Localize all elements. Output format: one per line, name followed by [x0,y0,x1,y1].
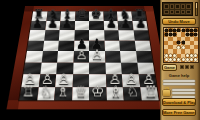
mini-piece-black-knight [169,29,172,32]
piece-white-queen[interactable]: ♕ [72,83,89,100]
mini-piece-white-pawn [177,46,180,49]
move-list-entry [186,10,191,15]
mini-piece-black-pawn [194,33,197,36]
square-b6[interactable] [44,30,60,40]
piece-white-bishop[interactable]: ♗ [54,83,71,100]
square-a1[interactable]: ♖ [19,87,38,100]
square-g1[interactable]: ♘ [123,87,141,100]
move-list-entry [186,4,191,9]
mini-piece-black-pawn [190,33,193,36]
undo-move-button[interactable]: Undo Move [162,18,196,25]
difficulty-box-1[interactable] [180,65,184,69]
move-list-panel [162,2,193,16]
mini-piece-black-pawn [165,33,168,36]
mini-piece-black-pawn [173,33,176,36]
mini-piece-black-pawn [169,33,172,36]
mini-piece-black-rook [194,29,197,32]
square-a7[interactable]: ♟ [30,21,46,31]
move-list-entry [181,10,186,15]
mini-piece-white-rook [194,58,197,61]
difficulty-box-2[interactable] [185,65,189,69]
square-d8[interactable]: ♛ [75,11,89,20]
mini-piece-white-rook [165,58,168,61]
mini-piece-white-pawn [169,54,172,57]
board-scene: ♜♞♝♛♚♝♞♜♟♟♟♟♟♟♟♟♙♙♙♙♙♙♙♙♖♘♗♕♔♗♘♖ [0,0,160,120]
mini-piece-white-knight [169,58,172,61]
locked-feature-row [162,87,196,98]
lock-icon [163,87,170,96]
square-c7[interactable]: ♟ [60,21,75,31]
square-f1[interactable]: ♗ [106,87,124,100]
mini-piece-black-knight [190,29,193,32]
move-list-entry [181,4,186,9]
mini-piece-white-pawn [182,46,185,49]
square-d1[interactable]: ♕ [72,87,89,100]
square-g7[interactable]: ♟ [118,21,133,31]
mini-piece-white-pawn [173,54,176,57]
piece-white-bishop[interactable]: ♗ [106,83,123,100]
square-f5[interactable] [104,40,120,51]
square-a6[interactable] [29,30,45,40]
piece-white-pawn[interactable]: ♙ [89,47,105,62]
square-h6[interactable] [133,30,149,40]
chess-board-frame: ♜♞♝♛♚♝♞♜♟♟♟♟♟♟♟♟♙♙♙♙♙♙♙♙♖♘♗♕♔♗♘♖ [6,6,171,110]
help-text-line [163,83,195,85]
square-h1[interactable]: ♖ [140,87,159,100]
piece-white-king[interactable]: ♔ [89,83,106,100]
square-g4[interactable] [120,51,137,62]
mini-piece-black-pawn [177,41,180,44]
square-b4[interactable] [41,51,58,62]
piece-black-king[interactable]: ♚ [89,7,103,21]
help-text-line [172,92,195,94]
mini-piece-white-pawn [186,54,189,57]
piece-white-rook[interactable]: ♖ [19,83,36,100]
square-d4[interactable]: ♙ [73,51,89,62]
square-c1[interactable]: ♗ [54,87,72,100]
square-e7[interactable] [89,21,104,31]
square-g6[interactable] [118,30,134,40]
piece-white-rook[interactable]: ♖ [141,83,158,100]
square-e1[interactable]: ♔ [89,87,106,100]
mini-piece-white-queen [177,58,180,61]
square-b1[interactable]: ♘ [37,87,55,100]
square-e8[interactable]: ♚ [89,11,103,20]
piece-white-knight[interactable]: ♘ [124,83,141,100]
square-c6[interactable] [59,30,74,40]
mini-piece-black-pawn [182,41,185,44]
mini-piece-white-knight [190,58,193,61]
mini-piece-white-bishop [186,58,189,61]
piece-black-pawn[interactable]: ♟ [30,16,45,30]
mini-piece-black-king [182,29,185,32]
chess-app-window: ♜♞♝♛♚♝♞♜♟♟♟♟♟♟♟♟♙♙♙♙♙♙♙♙♖♘♗♕♔♗♘♖ Undo Mo… [0,0,200,120]
game-button[interactable]: Game [162,64,177,71]
piece-white-pawn[interactable]: ♙ [73,47,89,62]
mini-piece-white-pawn [190,54,193,57]
square-d7[interactable] [74,21,89,31]
mini-piece-white-king [182,58,185,61]
piece-white-knight[interactable]: ♘ [37,83,54,100]
sidebar: Undo Move Game Game help Download [160,0,200,120]
move-list-entry [175,4,180,9]
mini-square-h1 [194,58,198,62]
scrollbar-thumb[interactable] [196,3,197,8]
mini-piece-white-bishop [173,58,176,61]
piece-black-queen[interactable]: ♛ [75,7,89,21]
square-h5[interactable] [134,40,151,51]
move-list-scrollbar[interactable] [195,2,198,16]
mini-piece-black-bishop [186,29,189,32]
move-list-entry [164,4,169,9]
help-panel: Game help [162,73,196,96]
piece-black-pawn[interactable]: ♟ [133,16,148,30]
move-list-entry [164,10,169,15]
help-panel-title: Game help [162,73,196,78]
square-b5[interactable] [43,40,59,51]
square-h4[interactable] [136,51,153,62]
piece-black-pawn[interactable]: ♟ [118,16,133,30]
piece-black-pawn[interactable]: ♟ [104,16,119,30]
help-text-line [163,80,195,82]
square-c4[interactable] [57,51,73,62]
square-e4[interactable]: ♙ [89,51,105,62]
square-d3[interactable] [73,62,89,74]
move-list-entry [170,4,175,9]
square-f4[interactable] [105,51,121,62]
difficulty-box-3[interactable] [190,65,194,69]
square-a5[interactable] [27,40,44,51]
locked-feature-text [170,87,196,98]
chess-board[interactable]: ♜♞♝♛♚♝♞♜♟♟♟♟♟♟♟♟♙♙♙♙♙♙♙♙♖♘♗♕♔♗♘♖ [19,11,158,100]
mini-piece-white-pawn [165,54,168,57]
square-e3[interactable] [89,62,105,74]
mini-piece-black-rook [165,29,168,32]
help-text-line [172,89,195,91]
piece-black-pawn[interactable]: ♟ [60,16,75,30]
mini-piece-black-bishop [173,29,176,32]
lock-body [163,90,170,96]
more-free-games-button[interactable]: More Free Games Online [162,109,196,116]
mini-piece-black-pawn [186,33,189,36]
mini-piece-black-queen [177,29,180,32]
square-h7[interactable]: ♟ [132,21,148,31]
mini-piece-white-pawn [194,54,197,57]
move-list-entry [170,10,175,15]
square-g5[interactable] [119,40,135,51]
move-list-entry [175,10,180,15]
square-f6[interactable] [104,30,119,40]
square-b7[interactable]: ♟ [45,21,60,31]
piece-black-pawn[interactable]: ♟ [45,16,60,30]
square-f7[interactable]: ♟ [103,21,118,31]
square-c5[interactable] [58,40,74,51]
download-play-offline-button[interactable]: Download & Play Offline [162,98,196,106]
square-a4[interactable] [25,51,42,62]
mini-board [163,27,199,63]
